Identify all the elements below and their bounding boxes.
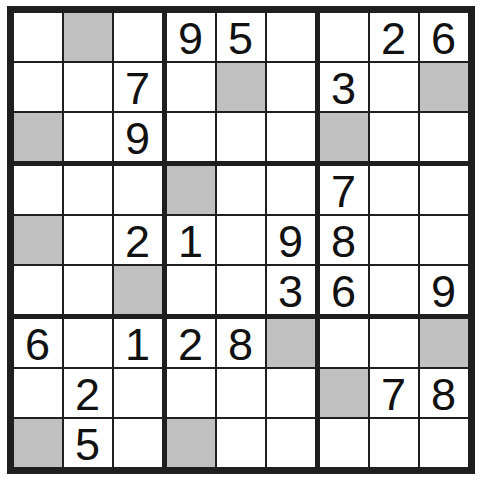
- cell-r7c2[interactable]: [64, 319, 112, 367]
- cell-r4c6[interactable]: [267, 166, 315, 214]
- cell-r2c2[interactable]: [64, 63, 112, 111]
- cell-r4c5[interactable]: [217, 166, 265, 214]
- cell-r7c5[interactable]: 8: [217, 319, 265, 367]
- given-digit: 6: [431, 16, 456, 61]
- given-digit: 6: [331, 269, 356, 314]
- cell-r7c7[interactable]: [320, 319, 368, 367]
- given-digit: 5: [75, 422, 100, 467]
- cell-r9c1[interactable]: [14, 419, 62, 467]
- cell-r5c4[interactable]: 1: [167, 216, 215, 264]
- cell-r3c3[interactable]: 9: [114, 113, 162, 161]
- cell-r4c3[interactable]: [114, 166, 162, 214]
- given-digit: 7: [331, 169, 356, 214]
- cell-r1c4[interactable]: 9: [167, 13, 215, 61]
- given-digit: 1: [125, 322, 150, 367]
- cell-r9c5[interactable]: [217, 419, 265, 467]
- cell-r6c2[interactable]: [64, 266, 112, 314]
- cell-r3c2[interactable]: [64, 113, 112, 161]
- cell-r8c7[interactable]: [320, 369, 368, 417]
- cell-r6c9[interactable]: 9: [420, 266, 468, 314]
- cell-r4c9[interactable]: [420, 166, 468, 214]
- cell-r8c1[interactable]: [14, 369, 62, 417]
- cell-r5c1[interactable]: [14, 216, 62, 264]
- given-digit: 7: [381, 372, 406, 417]
- cell-r4c1[interactable]: [14, 166, 62, 214]
- cell-r2c5[interactable]: [217, 63, 265, 111]
- cell-r5c7[interactable]: 8: [320, 216, 368, 264]
- cell-r9c9[interactable]: [420, 419, 468, 467]
- given-digit: 2: [381, 16, 406, 61]
- given-digit: 8: [228, 322, 253, 367]
- cell-r2c1[interactable]: [14, 63, 62, 111]
- given-digit: 2: [75, 372, 100, 417]
- cell-r5c5[interactable]: [217, 216, 265, 264]
- given-digit: 3: [331, 66, 356, 111]
- cell-r6c6[interactable]: 3: [267, 266, 315, 314]
- cell-r1c5[interactable]: 5: [217, 13, 265, 61]
- given-digit: 2: [178, 322, 203, 367]
- cell-r3c5[interactable]: [217, 113, 265, 161]
- cell-r3c1[interactable]: [14, 113, 62, 161]
- cell-r3c7[interactable]: [320, 113, 368, 161]
- cell-r7c3[interactable]: 1: [114, 319, 162, 367]
- given-digit: 1: [178, 219, 203, 264]
- cell-r7c8[interactable]: [370, 319, 418, 367]
- cell-r2c6[interactable]: [267, 63, 315, 111]
- cell-r2c3[interactable]: 7: [114, 63, 162, 111]
- cell-r5c9[interactable]: [420, 216, 468, 264]
- cell-r6c1[interactable]: [14, 266, 62, 314]
- cell-r6c4[interactable]: [167, 266, 215, 314]
- sudoku-board: 95267397219836961282785: [7, 6, 475, 474]
- given-digit: 7: [125, 66, 150, 111]
- cell-r8c8[interactable]: 7: [370, 369, 418, 417]
- cell-r9c8[interactable]: [370, 419, 418, 467]
- given-digit: 2: [125, 219, 150, 264]
- cell-r7c6[interactable]: [267, 319, 315, 367]
- cell-r8c5[interactable]: [217, 369, 265, 417]
- cell-r5c8[interactable]: [370, 216, 418, 264]
- cell-r1c8[interactable]: 2: [370, 13, 418, 61]
- cell-r5c6[interactable]: 9: [267, 216, 315, 264]
- cell-r3c9[interactable]: [420, 113, 468, 161]
- given-digit: 8: [331, 219, 356, 264]
- cell-r3c8[interactable]: [370, 113, 418, 161]
- cell-r2c8[interactable]: [370, 63, 418, 111]
- cell-r9c6[interactable]: [267, 419, 315, 467]
- cell-r4c8[interactable]: [370, 166, 418, 214]
- cell-r5c2[interactable]: [64, 216, 112, 264]
- cell-r1c1[interactable]: [14, 13, 62, 61]
- cell-r1c6[interactable]: [267, 13, 315, 61]
- cell-r4c2[interactable]: [64, 166, 112, 214]
- cell-r1c2[interactable]: [64, 13, 112, 61]
- cell-r9c3[interactable]: [114, 419, 162, 467]
- given-digit: 9: [431, 269, 456, 314]
- cell-r8c3[interactable]: [114, 369, 162, 417]
- cell-r8c4[interactable]: [167, 369, 215, 417]
- cell-r2c4[interactable]: [167, 63, 215, 111]
- cell-r9c2[interactable]: 5: [64, 419, 112, 467]
- cell-r1c9[interactable]: 6: [420, 13, 468, 61]
- cell-r6c7[interactable]: 6: [320, 266, 368, 314]
- cell-r6c5[interactable]: [217, 266, 265, 314]
- cell-r6c8[interactable]: [370, 266, 418, 314]
- given-digit: 9: [125, 116, 150, 161]
- given-digit: 9: [278, 219, 303, 264]
- given-digit: 3: [278, 269, 303, 314]
- cell-r2c9[interactable]: [420, 63, 468, 111]
- cell-r3c4[interactable]: [167, 113, 215, 161]
- cell-r7c4[interactable]: 2: [167, 319, 215, 367]
- cell-r8c2[interactable]: 2: [64, 369, 112, 417]
- cell-r8c9[interactable]: 8: [420, 369, 468, 417]
- cell-r9c4[interactable]: [167, 419, 215, 467]
- cell-r4c7[interactable]: 7: [320, 166, 368, 214]
- cell-r7c9[interactable]: [420, 319, 468, 367]
- cell-r9c7[interactable]: [320, 419, 368, 467]
- given-digit: 6: [25, 322, 50, 367]
- cell-r4c4[interactable]: [167, 166, 215, 214]
- given-digit: 9: [178, 16, 203, 61]
- cell-r1c7[interactable]: [320, 13, 368, 61]
- given-digit: 8: [431, 372, 456, 417]
- cell-r5c3[interactable]: 2: [114, 216, 162, 264]
- cell-r1c3[interactable]: [114, 13, 162, 61]
- given-digit: 5: [228, 16, 253, 61]
- cell-r7c1[interactable]: 6: [14, 319, 62, 367]
- cell-r8c6[interactable]: [267, 369, 315, 417]
- cell-r2c7[interactable]: 3: [320, 63, 368, 111]
- cell-r3c6[interactable]: [267, 113, 315, 161]
- cell-r6c3[interactable]: [114, 266, 162, 314]
